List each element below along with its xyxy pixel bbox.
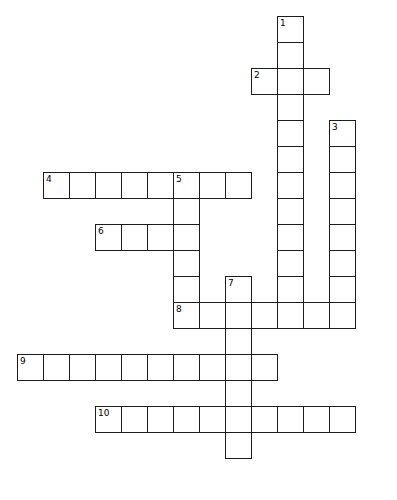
grid-cell[interactable]: [121, 354, 148, 381]
grid-cell[interactable]: [43, 354, 70, 381]
grid-cell[interactable]: [147, 406, 174, 433]
grid-cell[interactable]: [147, 354, 174, 381]
grid-cell[interactable]: [277, 172, 304, 199]
grid-cell[interactable]: [121, 224, 148, 251]
crossword-board: 12345678910: [17, 16, 356, 459]
grid-cell[interactable]: [147, 224, 174, 251]
grid-cell[interactable]: [199, 406, 226, 433]
grid-cell[interactable]: [329, 146, 356, 173]
grid-cell[interactable]: [199, 354, 226, 381]
grid-cell[interactable]: [251, 406, 278, 433]
grid-cell[interactable]: [329, 276, 356, 303]
grid-cell[interactable]: [225, 328, 252, 355]
grid-cell[interactable]: [277, 250, 304, 277]
grid-cell[interactable]: [69, 172, 96, 199]
grid-cell[interactable]: [303, 68, 330, 95]
grid-cell[interactable]: [225, 276, 252, 303]
grid-cell[interactable]: [277, 302, 304, 329]
grid-cell[interactable]: [329, 250, 356, 277]
grid-cell[interactable]: [329, 302, 356, 329]
grid-cell[interactable]: [199, 172, 226, 199]
grid-cell[interactable]: [95, 406, 122, 433]
grid-cell[interactable]: [329, 172, 356, 199]
grid-cell[interactable]: [225, 354, 252, 381]
grid-cell[interactable]: [199, 302, 226, 329]
grid-cell[interactable]: [251, 354, 278, 381]
grid-cell[interactable]: [173, 406, 200, 433]
grid-cell[interactable]: [17, 354, 44, 381]
grid-cell[interactable]: [303, 406, 330, 433]
grid-cell[interactable]: [329, 198, 356, 225]
grid-cell[interactable]: [251, 302, 278, 329]
grid-cell[interactable]: [277, 198, 304, 225]
grid-cell[interactable]: [277, 68, 304, 95]
grid-cell[interactable]: [277, 16, 304, 43]
grid-cell[interactable]: [329, 406, 356, 433]
grid-cell[interactable]: [95, 224, 122, 251]
grid-cell[interactable]: [173, 354, 200, 381]
grid-cell[interactable]: [277, 120, 304, 147]
grid-cell[interactable]: [147, 172, 174, 199]
grid-cell[interactable]: [277, 146, 304, 173]
grid-cell[interactable]: [69, 354, 96, 381]
grid-cell[interactable]: [173, 276, 200, 303]
grid-cell[interactable]: [121, 406, 148, 433]
crossword-puzzle-page: 12345678910: [0, 0, 397, 500]
grid-cell[interactable]: [277, 42, 304, 69]
grid-cell[interactable]: [251, 68, 278, 95]
grid-cell[interactable]: [225, 380, 252, 407]
grid-cell[interactable]: [95, 172, 122, 199]
grid-cell[interactable]: [329, 120, 356, 147]
grid-cell[interactable]: [95, 354, 122, 381]
grid-cell[interactable]: [277, 406, 304, 433]
grid-cell[interactable]: [43, 172, 70, 199]
grid-cell[interactable]: [173, 224, 200, 251]
grid-cell[interactable]: [121, 172, 148, 199]
grid-cell[interactable]: [173, 302, 200, 329]
grid-cell[interactable]: [225, 432, 252, 459]
grid-cell[interactable]: [225, 172, 252, 199]
grid-cell[interactable]: [329, 224, 356, 251]
grid-cell[interactable]: [173, 172, 200, 199]
grid-cell[interactable]: [225, 406, 252, 433]
grid-cell[interactable]: [225, 302, 252, 329]
grid-cell[interactable]: [173, 250, 200, 277]
grid-cell[interactable]: [173, 198, 200, 225]
grid-cell[interactable]: [277, 94, 304, 121]
grid-cell[interactable]: [277, 276, 304, 303]
grid-cell[interactable]: [303, 302, 330, 329]
grid-cell[interactable]: [277, 224, 304, 251]
